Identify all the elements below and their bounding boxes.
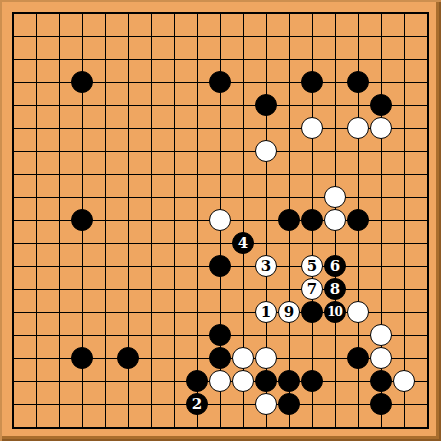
go-stone-black bbox=[209, 255, 231, 277]
go-stone-black bbox=[370, 393, 392, 415]
go-stone-white bbox=[324, 209, 346, 231]
move-number-label: 6 bbox=[330, 259, 340, 274]
go-stone-white bbox=[209, 370, 231, 392]
go-stone-white bbox=[347, 117, 369, 139]
move-number-label: 8 bbox=[330, 282, 340, 297]
go-stone-black bbox=[209, 71, 231, 93]
move-number-label: 10 bbox=[327, 306, 342, 318]
go-stone-black bbox=[71, 71, 93, 93]
go-stone-white bbox=[370, 324, 392, 346]
go-stone-white bbox=[232, 370, 254, 392]
go-stone-black bbox=[301, 301, 323, 323]
go-stone-black-move-8: 8 bbox=[324, 278, 346, 300]
move-number-label: 1 bbox=[261, 305, 271, 320]
go-stone-black bbox=[186, 370, 208, 392]
move-number-label: 2 bbox=[192, 397, 202, 412]
go-stone-black bbox=[347, 71, 369, 93]
go-stone-black bbox=[209, 347, 231, 369]
move-number-label: 9 bbox=[284, 305, 294, 320]
go-stone-black bbox=[71, 209, 93, 231]
go-stone-white bbox=[370, 117, 392, 139]
go-stone-black bbox=[209, 324, 231, 346]
go-stone-white bbox=[324, 186, 346, 208]
go-stone-white bbox=[255, 347, 277, 369]
go-stone-white-move-9: 9 bbox=[278, 301, 300, 323]
move-number-label: 7 bbox=[307, 282, 317, 297]
go-stone-black bbox=[278, 393, 300, 415]
go-stone-black bbox=[370, 94, 392, 116]
go-stone-black-move-4: 4 bbox=[232, 232, 254, 254]
go-stone-white bbox=[255, 393, 277, 415]
go-stone-white-move-3: 3 bbox=[255, 255, 277, 277]
move-number-label: 3 bbox=[261, 259, 271, 274]
go-stone-white bbox=[347, 301, 369, 323]
move-number-label: 4 bbox=[238, 236, 248, 251]
go-stone-white-move-7: 7 bbox=[301, 278, 323, 300]
go-stone-black bbox=[301, 370, 323, 392]
go-stone-black bbox=[71, 347, 93, 369]
move-number-label: 5 bbox=[307, 259, 317, 274]
go-stone-black bbox=[347, 347, 369, 369]
go-stone-white-move-5: 5 bbox=[301, 255, 323, 277]
go-stone-black bbox=[255, 94, 277, 116]
go-stone-black-move-10: 10 bbox=[324, 301, 346, 323]
go-stone-black bbox=[278, 209, 300, 231]
go-stone-white bbox=[255, 140, 277, 162]
go-stone-black bbox=[278, 370, 300, 392]
go-stone-black bbox=[301, 209, 323, 231]
go-stone-black bbox=[255, 370, 277, 392]
go-stone-black-move-2: 2 bbox=[186, 393, 208, 415]
go-stone-black bbox=[117, 347, 139, 369]
go-stone-white bbox=[232, 347, 254, 369]
go-stone-white bbox=[301, 117, 323, 139]
go-stone-black bbox=[370, 370, 392, 392]
go-stone-white bbox=[209, 209, 231, 231]
go-stone-white-move-1: 1 bbox=[255, 301, 277, 323]
go-stone-black bbox=[301, 71, 323, 93]
go-stone-white bbox=[393, 370, 415, 392]
go-stone-black bbox=[347, 209, 369, 231]
go-stone-white bbox=[370, 347, 392, 369]
go-board: 43567819102 bbox=[0, 0, 441, 441]
go-stone-black-move-6: 6 bbox=[324, 255, 346, 277]
